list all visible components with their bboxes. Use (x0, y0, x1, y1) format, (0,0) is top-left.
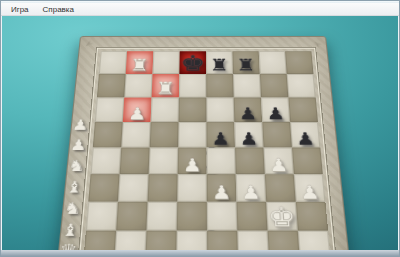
piece-white-pawn-d4[interactable]: ♟ (183, 156, 202, 174)
square-d1[interactable] (176, 231, 207, 250)
square-h5[interactable]: ♟ (290, 122, 320, 148)
square-a1[interactable] (83, 231, 116, 250)
square-c8[interactable] (153, 51, 180, 74)
piece-white-king-g2[interactable]: ♚ (267, 203, 297, 230)
piece-white-pawn-b6[interactable]: ♟ (128, 106, 147, 122)
square-b1[interactable] (114, 231, 146, 250)
square-c3[interactable] (148, 174, 178, 202)
piece-white-rook-c7[interactable]: ♜ (155, 80, 175, 97)
square-e5[interactable]: ♟ (206, 122, 235, 148)
square-c7[interactable]: ♜ (152, 74, 180, 98)
square-f4[interactable] (235, 148, 265, 175)
game-viewport: ➢ ➢ ➢ ➢ ♟♟♞♝♞♝♛ ♞♟♝♟♛♟♝♞ ♜♚♜♜♜♟♟♟♟♟♟♟♟♟♟… (2, 16, 398, 250)
square-c4[interactable] (149, 148, 178, 175)
square-b7[interactable] (124, 74, 152, 98)
square-f6[interactable]: ♟ (234, 98, 263, 123)
square-e1[interactable] (207, 231, 238, 250)
menu-bar: Игра Справка (1, 3, 399, 16)
square-g1[interactable] (268, 231, 300, 250)
square-d3[interactable] (177, 174, 207, 202)
captured-white-queen: ♛ (56, 242, 78, 250)
square-g7[interactable] (260, 74, 289, 98)
square-e8[interactable]: ♜ (206, 51, 233, 74)
square-h2[interactable] (296, 202, 328, 231)
square-a3[interactable] (88, 174, 119, 202)
square-h3[interactable]: ♟ (294, 174, 326, 202)
square-h8[interactable] (285, 51, 313, 74)
piece-black-pawn-g6[interactable]: ♟ (266, 106, 285, 122)
square-e3[interactable]: ♟ (207, 174, 237, 202)
piece-black-pawn-h5[interactable]: ♟ (296, 130, 316, 147)
chess-titans-window: Игра Справка ➢ ➢ ➢ ➢ ♟♟♞♝♞♝♛ ♞♟♝♟♛♟♝♞ ♜♚… (0, 0, 400, 257)
square-h6[interactable] (288, 98, 318, 123)
square-d6[interactable] (179, 98, 207, 123)
piece-white-pawn-e3[interactable]: ♟ (212, 183, 232, 201)
square-f3[interactable]: ♟ (236, 174, 266, 202)
square-a4[interactable] (91, 148, 122, 175)
square-c6[interactable] (151, 98, 179, 123)
scene-3d: ➢ ➢ ➢ ➢ ♟♟♞♝♞♝♛ ♞♟♝♟♛♟♝♞ ♜♚♜♜♜♟♟♟♟♟♟♟♟♟♟… (2, 16, 398, 250)
square-f7[interactable] (233, 74, 261, 98)
square-d5[interactable] (178, 122, 206, 148)
square-c1[interactable] (145, 231, 176, 250)
square-g5[interactable] (262, 122, 292, 148)
square-f1[interactable] (237, 231, 269, 250)
piece-black-pawn-f5[interactable]: ♟ (239, 130, 258, 147)
square-e6[interactable] (206, 98, 234, 123)
square-a5[interactable] (93, 122, 123, 148)
square-b4[interactable] (120, 148, 150, 175)
square-d4[interactable]: ♟ (178, 148, 207, 175)
board-border: ♜♚♜♜♜♟♟♟♟♟♟♟♟♟♟♟♚ (78, 48, 336, 250)
square-f8[interactable]: ♜ (232, 51, 259, 74)
square-g2[interactable]: ♚ (266, 202, 298, 231)
square-b5[interactable] (121, 122, 150, 148)
square-a6[interactable] (95, 98, 124, 123)
square-b2[interactable] (116, 202, 147, 231)
piece-white-rook-b8[interactable]: ♜ (129, 57, 149, 74)
square-f2[interactable] (236, 202, 267, 231)
corner-flourish-icon: ➢ (82, 38, 96, 50)
piece-white-pawn-g4[interactable]: ♟ (269, 156, 289, 174)
piece-black-pawn-f6[interactable]: ♟ (239, 106, 258, 122)
board-table: ➢ ➢ ➢ ➢ ♟♟♞♝♞♝♛ ♞♟♝♟♛♟♝♞ ♜♚♜♜♜♟♟♟♟♟♟♟♟♟♟… (55, 36, 352, 250)
square-h7[interactable] (287, 74, 316, 98)
square-a8[interactable] (99, 51, 127, 74)
window-frame-bottom (1, 250, 399, 256)
square-e2[interactable] (207, 202, 237, 231)
piece-white-pawn-f3[interactable]: ♟ (241, 183, 261, 201)
square-g8[interactable] (259, 51, 287, 74)
square-c5[interactable] (150, 122, 179, 148)
square-b3[interactable] (118, 174, 149, 202)
square-a2[interactable] (86, 202, 118, 231)
square-a7[interactable] (97, 74, 126, 98)
square-g3[interactable] (265, 174, 296, 202)
menu-item-help[interactable]: Справка (37, 4, 80, 15)
square-d2[interactable] (177, 202, 207, 231)
square-g4[interactable]: ♟ (263, 148, 293, 175)
menu-item-game[interactable]: Игра (5, 4, 35, 15)
piece-black-rook-e8[interactable]: ♜ (210, 57, 230, 74)
square-d8[interactable]: ♚ (179, 51, 206, 74)
square-e4[interactable] (207, 148, 236, 175)
piece-black-rook-f8[interactable]: ♜ (236, 57, 256, 74)
square-d7[interactable] (179, 74, 206, 98)
square-f5[interactable]: ♟ (234, 122, 263, 148)
square-h1[interactable] (298, 231, 331, 250)
piece-black-pawn-e5[interactable]: ♟ (211, 130, 230, 147)
square-e7[interactable] (206, 74, 233, 98)
square-c2[interactable] (146, 202, 177, 231)
piece-black-king-d8[interactable]: ♚ (180, 52, 205, 73)
board-grid: ♜♚♜♜♜♟♟♟♟♟♟♟♟♟♟♟♚ (83, 51, 331, 250)
square-b6[interactable]: ♟ (123, 98, 152, 123)
square-b8[interactable]: ♜ (126, 51, 154, 74)
piece-white-pawn-h3[interactable]: ♟ (299, 183, 320, 201)
square-g6[interactable]: ♟ (261, 98, 290, 123)
square-h4[interactable] (292, 148, 323, 175)
